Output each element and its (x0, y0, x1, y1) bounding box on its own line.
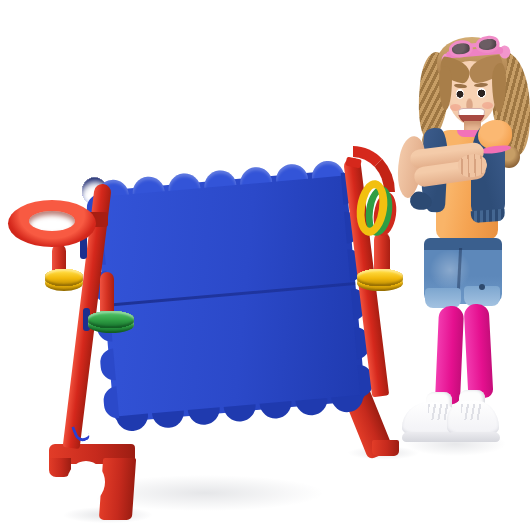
product-photo-stage (0, 0, 530, 530)
board-edge-scallop (311, 160, 344, 179)
vest-fringe (471, 209, 506, 223)
board-edge-scallop (239, 166, 272, 185)
board-edge-scallop (99, 348, 116, 381)
board-edge-scallop (224, 404, 257, 423)
board-edge-scallop (295, 398, 328, 417)
sneaker-sole (447, 432, 500, 442)
shorts-cuff-left (425, 288, 461, 308)
frame-leg-left-front-foot (99, 458, 136, 520)
board-edge-scallop (167, 172, 200, 191)
board-edge-scallop (116, 414, 149, 433)
blush-right (482, 102, 493, 109)
game-board-wrap (94, 169, 365, 422)
board-edge-scallop (275, 163, 308, 182)
board-edge-scallop (203, 169, 236, 188)
board-edge-scallop (188, 407, 221, 426)
child-model (395, 34, 530, 466)
hoop-hole (29, 211, 75, 231)
eye-left (456, 89, 464, 99)
shorts-button (479, 284, 485, 290)
denim-wash-highlight (429, 250, 471, 290)
board-edge-scallop (103, 387, 120, 420)
sneaker-laces (461, 404, 481, 420)
tights-right-leg (464, 303, 494, 398)
nose (466, 98, 473, 108)
frame-leg-left-arch (67, 461, 105, 503)
ring-toss-hoop (8, 198, 108, 254)
board-edge-scallop (131, 175, 164, 194)
board-edge-scallop (152, 410, 185, 429)
eye-right (477, 88, 486, 98)
sneaker-right (445, 390, 501, 444)
sunglasses-bridge (470, 43, 478, 48)
board-edge-scallop (260, 401, 293, 420)
